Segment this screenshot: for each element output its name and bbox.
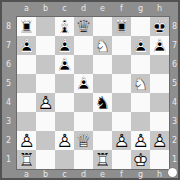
- black-pawn[interactable]: ♟♙: [17, 36, 36, 55]
- chess-board[interactable]: ♜♖♝♗♛♕♜♖♚♔♟♙♟♙♞♘♟♙♟♙♟♙♟♙♞♘♟♙♞♘♟♙♟♙♛♕♟♙♟♙…: [17, 17, 169, 169]
- file-label-b: b: [36, 169, 55, 180]
- file-label-d: d: [74, 0, 93, 17]
- white-pawn[interactable]: ♟♙: [36, 93, 55, 112]
- piece-outline: ♖: [112, 17, 131, 36]
- file-label-a: a: [17, 169, 36, 180]
- rank-label-7: 7: [0, 36, 17, 55]
- rank-label-2: 2: [0, 131, 17, 150]
- rank-label-5: 5: [0, 74, 17, 93]
- file-label-d: d: [74, 169, 93, 180]
- square-h3[interactable]: [150, 112, 169, 131]
- piece-outline: ♙: [17, 131, 36, 150]
- square-g2[interactable]: ♟♙: [131, 131, 150, 150]
- piece-outline: ♙: [150, 36, 169, 55]
- rank-label-3: 3: [169, 112, 180, 131]
- square-b2[interactable]: [36, 131, 55, 150]
- piece-outline: ♔: [150, 17, 169, 36]
- square-f3[interactable]: [112, 112, 131, 131]
- square-h2[interactable]: ♟♙: [150, 131, 169, 150]
- piece-outline: ♕: [74, 131, 93, 150]
- black-pawn[interactable]: ♟♙: [74, 74, 93, 93]
- piece-outline: ♗: [55, 17, 74, 36]
- square-f5[interactable]: [112, 74, 131, 93]
- white-pawn[interactable]: ♟♙: [131, 131, 150, 150]
- piece-outline: ♙: [17, 36, 36, 55]
- black-pawn[interactable]: ♟♙: [150, 36, 169, 55]
- square-e3[interactable]: [93, 112, 112, 131]
- square-c1[interactable]: [55, 150, 74, 169]
- white-pawn[interactable]: ♟♙: [112, 131, 131, 150]
- square-a8[interactable]: ♜♖: [17, 17, 36, 36]
- white-rook[interactable]: ♜♖: [93, 150, 112, 169]
- square-b7[interactable]: [36, 36, 55, 55]
- white-pawn[interactable]: ♟♙: [55, 131, 74, 150]
- piece-outline: ♙: [55, 36, 74, 55]
- square-b5[interactable]: [36, 74, 55, 93]
- square-h8[interactable]: ♚♔: [150, 17, 169, 36]
- file-label-a: a: [17, 0, 36, 17]
- square-d4[interactable]: [74, 93, 93, 112]
- piece-outline: ♙: [131, 36, 150, 55]
- square-e6[interactable]: [93, 55, 112, 74]
- file-label-f: f: [112, 169, 131, 180]
- square-g1[interactable]: ♚♔: [131, 150, 150, 169]
- rank-label-5: 5: [169, 74, 180, 93]
- square-d5[interactable]: ♟♙: [74, 74, 93, 93]
- piece-outline: ♖: [17, 17, 36, 36]
- piece-outline: ♘: [93, 36, 112, 55]
- square-h1[interactable]: [150, 150, 169, 169]
- chess-diagram: abcdefgh abcdefgh 87654321 87654321 ♜♖♝♗…: [0, 0, 180, 180]
- square-f6[interactable]: [112, 55, 131, 74]
- piece-outline: ♙: [112, 131, 131, 150]
- file-label-f: f: [112, 0, 131, 17]
- rank-labels-left: 87654321: [0, 17, 17, 169]
- piece-outline: ♖: [17, 150, 36, 169]
- square-a1[interactable]: ♜♖: [17, 150, 36, 169]
- square-c7[interactable]: ♟♙: [55, 36, 74, 55]
- square-c2[interactable]: ♟♙: [55, 131, 74, 150]
- rank-label-8: 8: [0, 17, 17, 36]
- square-d3[interactable]: [74, 112, 93, 131]
- square-a3[interactable]: [17, 112, 36, 131]
- white-knight[interactable]: ♞♘: [131, 74, 150, 93]
- square-h6[interactable]: [150, 55, 169, 74]
- square-b6[interactable]: [36, 55, 55, 74]
- square-a7[interactable]: ♟♙: [17, 36, 36, 55]
- square-f1[interactable]: [112, 150, 131, 169]
- square-c5[interactable]: [55, 74, 74, 93]
- white-queen[interactable]: ♛♕: [74, 131, 93, 150]
- black-king[interactable]: ♚♔: [150, 17, 169, 36]
- file-label-c: c: [55, 0, 74, 17]
- piece-outline: ♘: [131, 74, 150, 93]
- square-d1[interactable]: [74, 150, 93, 169]
- rank-label-1: 1: [169, 150, 180, 169]
- square-d8[interactable]: ♛♕: [74, 17, 93, 36]
- black-knight[interactable]: ♞♘: [93, 93, 112, 112]
- square-g4[interactable]: [131, 93, 150, 112]
- square-b8[interactable]: [36, 17, 55, 36]
- square-e4[interactable]: ♞♘: [93, 93, 112, 112]
- file-label-h: h: [150, 169, 169, 180]
- square-c8[interactable]: ♝♗: [55, 17, 74, 36]
- square-a2[interactable]: ♟♙: [17, 131, 36, 150]
- square-g3[interactable]: [131, 112, 150, 131]
- black-bishop[interactable]: ♝♗: [55, 17, 74, 36]
- piece-outline: ♔: [131, 150, 150, 169]
- rank-label-2: 2: [169, 131, 180, 150]
- square-e2[interactable]: [93, 131, 112, 150]
- square-f2[interactable]: ♟♙: [112, 131, 131, 150]
- square-e1[interactable]: ♜♖: [93, 150, 112, 169]
- square-h5[interactable]: [150, 74, 169, 93]
- white-knight[interactable]: ♞♘: [93, 36, 112, 55]
- square-a5[interactable]: [17, 74, 36, 93]
- square-e5[interactable]: [93, 74, 112, 93]
- file-label-g: g: [131, 0, 150, 17]
- piece-outline: ♘: [93, 93, 112, 112]
- white-rook[interactable]: ♜♖: [17, 150, 36, 169]
- piece-outline: ♙: [131, 131, 150, 150]
- black-rook[interactable]: ♜♖: [112, 17, 131, 36]
- piece-outline: ♕: [74, 17, 93, 36]
- white-pawn[interactable]: ♟♙: [150, 131, 169, 150]
- square-d6[interactable]: [74, 55, 93, 74]
- square-g7[interactable]: ♟♙: [131, 36, 150, 55]
- piece-outline: ♙: [55, 55, 74, 74]
- black-queen[interactable]: ♛♕: [74, 17, 93, 36]
- rank-label-8: 8: [169, 17, 180, 36]
- square-e8[interactable]: [93, 17, 112, 36]
- square-g5[interactable]: ♞♘: [131, 74, 150, 93]
- rank-label-4: 4: [0, 93, 17, 112]
- square-d7[interactable]: [74, 36, 93, 55]
- black-rook[interactable]: ♜♖: [17, 17, 36, 36]
- piece-outline: ♙: [55, 131, 74, 150]
- rank-labels-right: 87654321: [169, 17, 180, 169]
- rank-label-4: 4: [169, 93, 180, 112]
- square-d2[interactable]: ♛♕: [74, 131, 93, 150]
- black-pawn[interactable]: ♟♙: [55, 36, 74, 55]
- file-label-e: e: [93, 0, 112, 17]
- black-pawn[interactable]: ♟♙: [55, 55, 74, 74]
- file-label-b: b: [36, 0, 55, 17]
- file-label-e: e: [93, 169, 112, 180]
- rank-label-6: 6: [0, 55, 17, 74]
- square-a4[interactable]: [17, 93, 36, 112]
- square-e7[interactable]: ♞♘: [93, 36, 112, 55]
- square-g6[interactable]: [131, 55, 150, 74]
- file-labels-top: abcdefgh: [17, 0, 169, 17]
- piece-outline: ♙: [74, 74, 93, 93]
- square-b3[interactable]: [36, 112, 55, 131]
- rank-label-1: 1: [0, 150, 17, 169]
- rank-label-3: 3: [0, 112, 17, 131]
- square-c3[interactable]: [55, 112, 74, 131]
- square-b4[interactable]: ♟♙: [36, 93, 55, 112]
- white-pawn[interactable]: ♟♙: [17, 131, 36, 150]
- square-f7[interactable]: [112, 36, 131, 55]
- piece-outline: ♙: [36, 93, 55, 112]
- file-label-g: g: [131, 169, 150, 180]
- square-c6[interactable]: ♟♙: [55, 55, 74, 74]
- square-g8[interactable]: [131, 17, 150, 36]
- white-to-move-indicator: [168, 168, 177, 177]
- black-pawn[interactable]: ♟♙: [131, 36, 150, 55]
- file-labels-bottom: abcdefgh: [17, 169, 169, 180]
- square-h4[interactable]: [150, 93, 169, 112]
- square-f4[interactable]: [112, 93, 131, 112]
- file-label-h: h: [150, 0, 169, 17]
- square-h7[interactable]: ♟♙: [150, 36, 169, 55]
- white-king[interactable]: ♚♔: [131, 150, 150, 169]
- square-b1[interactable]: [36, 150, 55, 169]
- square-c4[interactable]: [55, 93, 74, 112]
- rank-label-7: 7: [169, 36, 180, 55]
- piece-outline: ♖: [93, 150, 112, 169]
- file-label-c: c: [55, 169, 74, 180]
- square-f8[interactable]: ♜♖: [112, 17, 131, 36]
- square-a6[interactable]: [17, 55, 36, 74]
- piece-outline: ♙: [150, 131, 169, 150]
- rank-label-6: 6: [169, 55, 180, 74]
